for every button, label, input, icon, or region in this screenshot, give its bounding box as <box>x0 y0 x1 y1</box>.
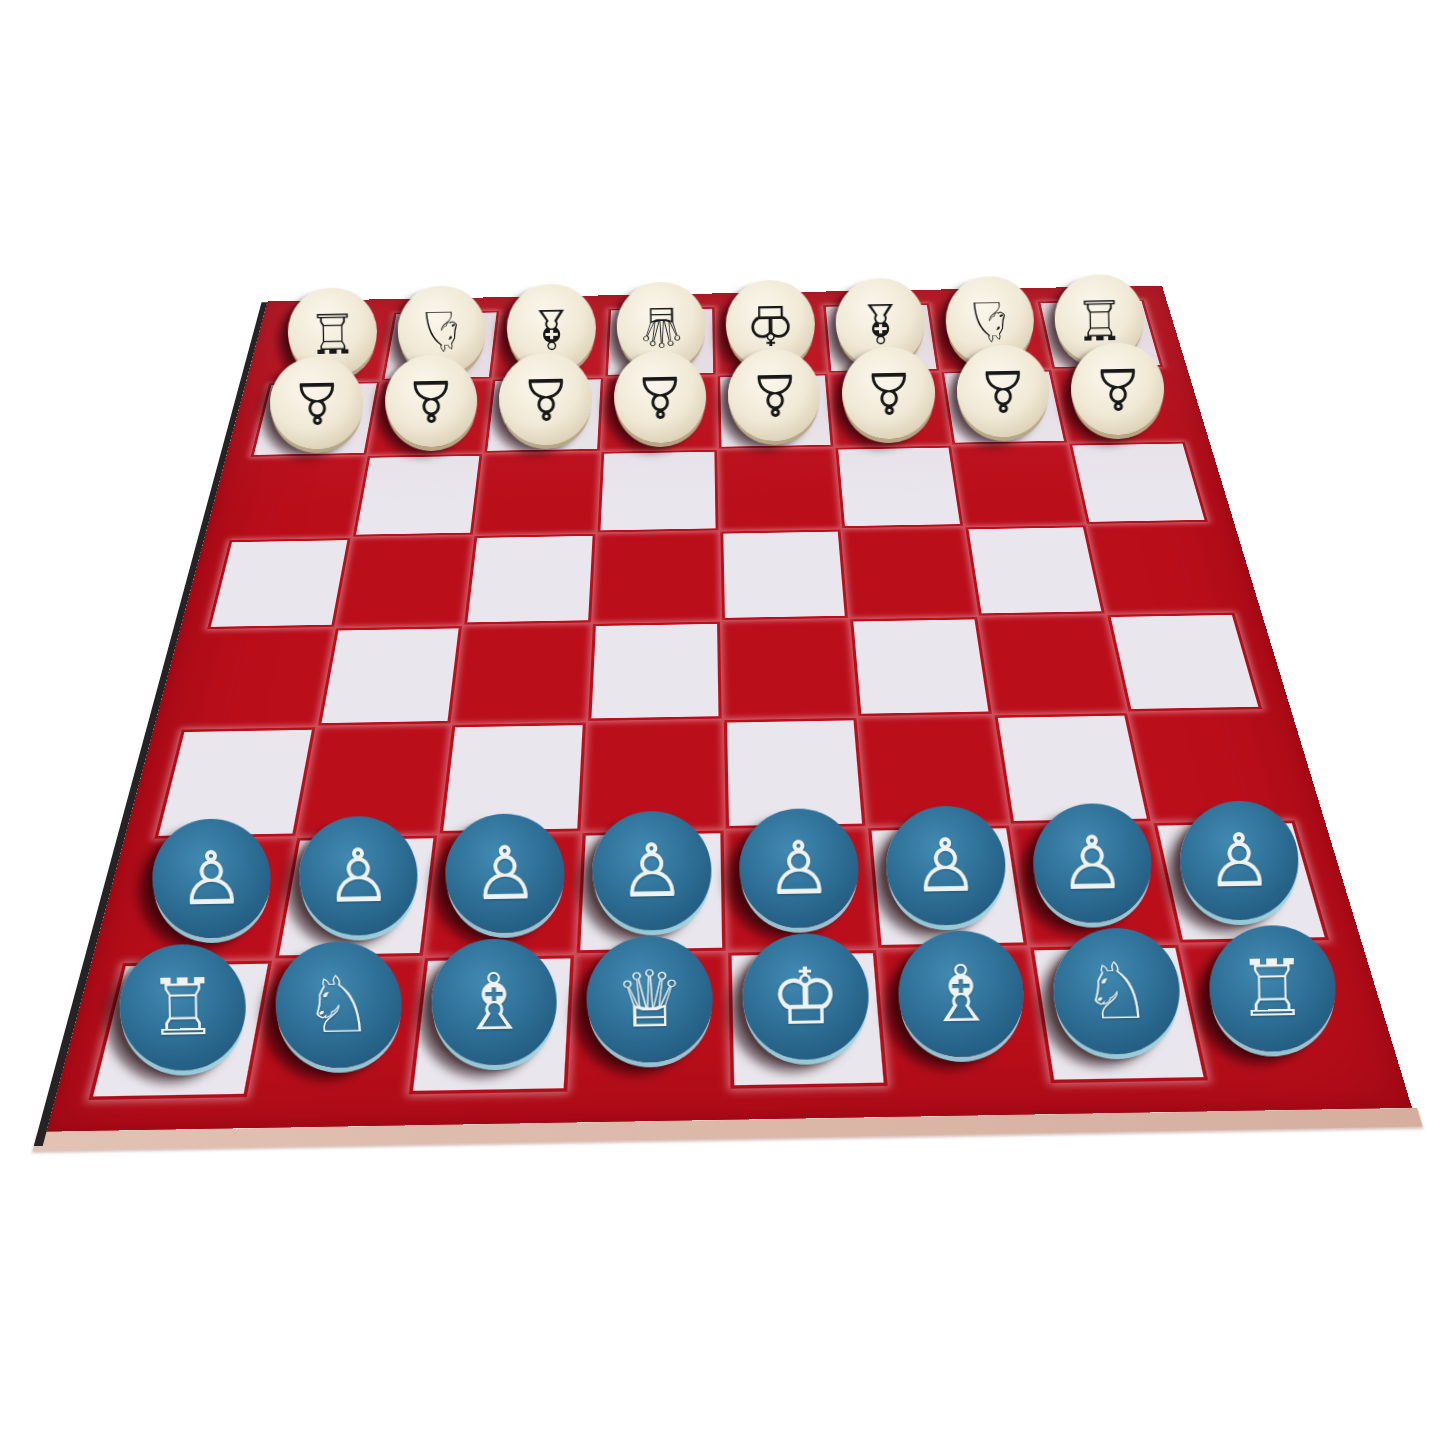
square-c2 <box>424 832 581 957</box>
square-f4 <box>849 616 993 717</box>
square-h3 <box>1128 710 1295 822</box>
square-f6 <box>835 445 964 528</box>
square-d3 <box>581 719 724 831</box>
square-b8 <box>380 310 500 380</box>
square-f8 <box>822 303 940 373</box>
square-e6 <box>718 447 842 531</box>
square-a7 <box>250 381 381 458</box>
square-h5 <box>1087 522 1235 613</box>
photo-background: ♖♘♗♕♔♗♘♖♙♙♙♙♙♙♙♙♙♙♙♙♙♙♙♙♖♘♗♕♔♗♘♖ <box>0 0 1445 1445</box>
square-c5 <box>463 533 596 625</box>
square-a1 <box>87 960 273 1101</box>
square-a2 <box>122 837 296 963</box>
square-b3 <box>296 724 452 837</box>
square-b2 <box>273 834 439 960</box>
square-a8 <box>268 312 393 383</box>
square-d8 <box>604 307 716 377</box>
square-c3 <box>439 722 587 834</box>
square-g7 <box>940 369 1068 445</box>
square-c8 <box>492 308 607 378</box>
square-h8 <box>1037 299 1164 369</box>
square-d6 <box>596 449 719 533</box>
square-c7 <box>484 377 605 454</box>
square-b7 <box>367 379 493 456</box>
square-g8 <box>930 301 1052 371</box>
board-face <box>46 286 1412 1132</box>
square-g5 <box>964 524 1106 616</box>
square-f3 <box>858 715 1010 827</box>
square-e5 <box>719 529 849 621</box>
square-h7 <box>1052 367 1185 443</box>
square-e2 <box>724 827 877 952</box>
square-b1 <box>247 957 424 1098</box>
square-d1 <box>568 952 728 1093</box>
chess-board <box>46 286 1412 1132</box>
board-scene: ♖♘♗♕♔♗♘♖♙♙♙♙♙♙♙♙♙♙♙♙♙♙♙♙♖♘♗♕♔♗♘♖ <box>0 0 1445 1445</box>
square-a5 <box>206 537 351 629</box>
square-b5 <box>335 535 474 627</box>
square-a6 <box>229 456 367 540</box>
square-g4 <box>978 614 1128 715</box>
square-d5 <box>592 531 721 623</box>
square-b4 <box>316 625 463 727</box>
square-g2 <box>1010 822 1180 947</box>
square-e4 <box>721 618 858 719</box>
square-e8 <box>715 305 828 375</box>
square-h6 <box>1069 441 1210 524</box>
square-h4 <box>1106 612 1263 713</box>
square-c4 <box>452 623 592 724</box>
square-b6 <box>351 453 483 537</box>
square-f7 <box>828 371 951 447</box>
square-h1 <box>1180 941 1371 1081</box>
square-d4 <box>587 621 722 722</box>
square-a3 <box>153 727 316 840</box>
square-f2 <box>867 824 1029 949</box>
square-e3 <box>722 717 867 829</box>
square-g6 <box>952 443 1087 526</box>
square-g1 <box>1028 944 1210 1084</box>
square-a4 <box>181 627 335 729</box>
square-e7 <box>716 373 834 449</box>
square-c1 <box>408 955 575 1096</box>
square-f1 <box>877 947 1049 1087</box>
square-h2 <box>1152 819 1330 944</box>
square-f5 <box>841 527 977 619</box>
square-c6 <box>474 451 601 535</box>
square-d2 <box>575 829 726 954</box>
square-d7 <box>601 375 718 452</box>
square-e1 <box>726 949 889 1090</box>
square-g3 <box>993 712 1153 824</box>
